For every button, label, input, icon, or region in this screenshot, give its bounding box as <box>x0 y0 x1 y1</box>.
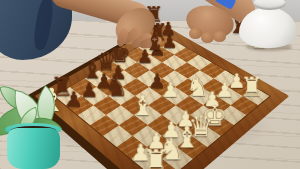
white-pawn-piece[interactable]: ♟ <box>161 80 179 100</box>
chess-photo-scene: ♜♟♟♜♞♟♟♟♞♟♚♟♟♚♛♟♟♛♝♟♞♝♟♝♟♟♞♜♟♟♜ ♜♟♝♟♝ ♝ <box>0 0 300 169</box>
held-black-bishop-piece[interactable]: ♝ <box>144 30 166 54</box>
white-rook-piece[interactable]: ♜ <box>142 145 170 169</box>
knuckle <box>213 31 226 42</box>
black-knight-piece[interactable]: ♞ <box>104 73 128 99</box>
plant-pot <box>7 128 60 169</box>
white-bishop-piece[interactable]: ♝ <box>130 92 155 119</box>
black-pawn-piece[interactable]: ♟ <box>64 89 82 110</box>
knuckle <box>201 32 214 43</box>
white-rook-piece[interactable]: ♜ <box>240 73 264 99</box>
